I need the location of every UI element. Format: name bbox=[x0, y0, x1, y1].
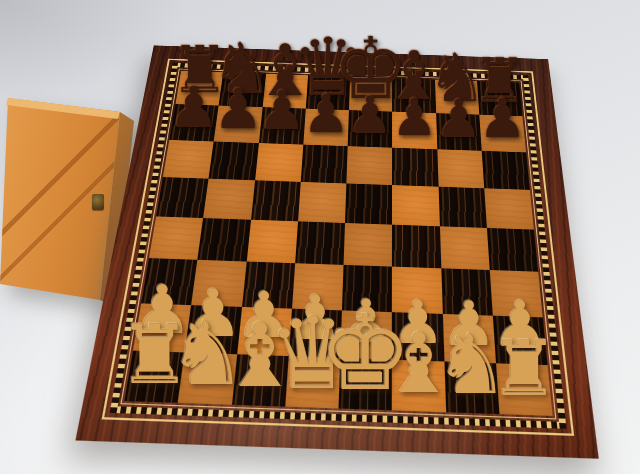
piece-bp-b7[interactable]: ♟ bbox=[213, 82, 263, 137]
piece-bp-d7[interactable]: ♟ bbox=[302, 88, 349, 141]
piece-bp-h7[interactable]: ♟ bbox=[478, 93, 526, 147]
square-a6[interactable] bbox=[163, 140, 214, 179]
piece-bp-a7[interactable]: ♟ bbox=[169, 79, 220, 136]
square-e4[interactable] bbox=[344, 223, 393, 267]
square-e6[interactable] bbox=[346, 146, 392, 185]
piece-bp-c7[interactable]: ♟ bbox=[258, 85, 306, 139]
square-h4[interactable] bbox=[487, 228, 538, 272]
square-g4[interactable] bbox=[439, 226, 489, 270]
square-d4[interactable] bbox=[295, 221, 345, 265]
piece-wr-h1[interactable]: ♜ bbox=[490, 331, 559, 408]
square-f5[interactable] bbox=[392, 185, 439, 226]
square-h5[interactable] bbox=[484, 188, 534, 230]
square-b6[interactable] bbox=[209, 141, 259, 180]
piece-bp-f7[interactable]: ♟ bbox=[392, 92, 438, 143]
scene: ♜♞♝♛♚♝♞♜♟♟♟♟♟♟♟♟♟♟♟♟♟♟♟♟♜♞♝♛♚♝♞♜ bbox=[0, 0, 640, 474]
square-h6[interactable] bbox=[481, 150, 529, 189]
piece-bp-g7[interactable]: ♟ bbox=[435, 92, 482, 145]
square-c6[interactable] bbox=[255, 143, 303, 182]
square-e5[interactable] bbox=[345, 183, 392, 224]
square-g5[interactable] bbox=[438, 186, 487, 227]
square-b5[interactable] bbox=[203, 178, 254, 219]
square-c4[interactable] bbox=[246, 220, 298, 264]
square-f4[interactable] bbox=[392, 225, 441, 269]
square-b4[interactable] bbox=[198, 218, 251, 262]
square-a5[interactable] bbox=[156, 177, 209, 218]
square-a4[interactable] bbox=[149, 216, 203, 260]
box-clasp-latch-icon bbox=[92, 194, 104, 210]
piece-bp-e7[interactable]: ♟ bbox=[347, 90, 393, 141]
square-d6[interactable] bbox=[301, 144, 348, 183]
square-d5[interactable] bbox=[298, 182, 347, 223]
square-g6[interactable] bbox=[437, 149, 484, 188]
square-f6[interactable] bbox=[392, 147, 438, 186]
square-c5[interactable] bbox=[251, 180, 301, 221]
